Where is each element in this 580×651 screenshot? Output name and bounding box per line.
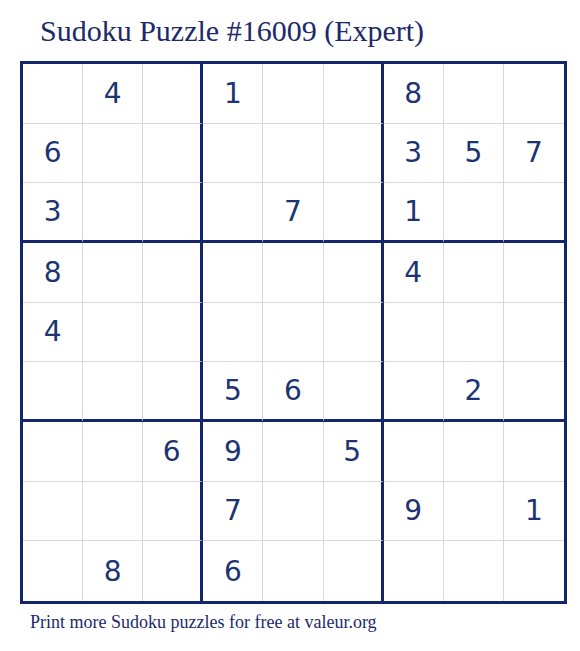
cell-r3c3	[143, 183, 203, 243]
cell-r1c9	[504, 64, 564, 124]
cell-r4c4	[203, 243, 263, 303]
cell-r7c9	[504, 422, 564, 482]
cell-r4c8	[444, 243, 504, 303]
cell-r1c7: 8	[384, 64, 444, 124]
cell-r8c6	[324, 482, 384, 542]
cell-r4c5	[263, 243, 323, 303]
cell-r5c2	[83, 303, 143, 363]
cell-r4c3	[143, 243, 203, 303]
cell-r6c2	[83, 362, 143, 422]
cell-r8c5	[263, 482, 323, 542]
cell-r2c7: 3	[384, 124, 444, 184]
cell-r6c4: 5	[203, 362, 263, 422]
cell-r9c9	[504, 541, 564, 601]
cell-r6c6	[324, 362, 384, 422]
cell-r8c4: 7	[203, 482, 263, 542]
cell-r7c6: 5	[324, 422, 384, 482]
cell-r7c8	[444, 422, 504, 482]
cell-r9c7	[384, 541, 444, 601]
cell-r6c7	[384, 362, 444, 422]
cell-r5c8	[444, 303, 504, 363]
cell-r8c8	[444, 482, 504, 542]
cell-r7c3: 6	[143, 422, 203, 482]
cell-r5c6	[324, 303, 384, 363]
cell-r9c1	[23, 541, 83, 601]
cell-r2c6	[324, 124, 384, 184]
cell-r5c1: 4	[23, 303, 83, 363]
cell-r7c4: 9	[203, 422, 263, 482]
cell-r7c2	[83, 422, 143, 482]
cell-r8c7: 9	[384, 482, 444, 542]
cell-r5c3	[143, 303, 203, 363]
cell-r4c6	[324, 243, 384, 303]
cell-r1c4: 1	[203, 64, 263, 124]
cell-r5c4	[203, 303, 263, 363]
cell-r1c1	[23, 64, 83, 124]
cell-r3c4	[203, 183, 263, 243]
cell-r2c5	[263, 124, 323, 184]
cell-r8c3	[143, 482, 203, 542]
cell-r4c2	[83, 243, 143, 303]
cell-r6c8: 2	[444, 362, 504, 422]
cell-r7c7	[384, 422, 444, 482]
cell-r3c7: 1	[384, 183, 444, 243]
cell-r8c9: 1	[504, 482, 564, 542]
cell-r2c3	[143, 124, 203, 184]
cell-r4c7: 4	[384, 243, 444, 303]
cell-r2c2	[83, 124, 143, 184]
cell-r3c2	[83, 183, 143, 243]
cell-r8c2	[83, 482, 143, 542]
cell-r1c6	[324, 64, 384, 124]
cell-r3c1: 3	[23, 183, 83, 243]
cell-r3c8	[444, 183, 504, 243]
cell-r4c1: 8	[23, 243, 83, 303]
cell-r3c5: 7	[263, 183, 323, 243]
cell-r2c1: 6	[23, 124, 83, 184]
cell-r5c5	[263, 303, 323, 363]
cell-r6c3	[143, 362, 203, 422]
cell-r3c9	[504, 183, 564, 243]
cell-r2c4	[203, 124, 263, 184]
cell-r5c9	[504, 303, 564, 363]
cell-r5c7	[384, 303, 444, 363]
cell-r2c8: 5	[444, 124, 504, 184]
cell-r2c9: 7	[504, 124, 564, 184]
cell-r1c5	[263, 64, 323, 124]
cell-r9c4: 6	[203, 541, 263, 601]
sudoku-board: 418635737184456269579186	[20, 61, 567, 604]
cell-r9c5	[263, 541, 323, 601]
cell-r1c2: 4	[83, 64, 143, 124]
cell-r1c3	[143, 64, 203, 124]
cell-r7c5	[263, 422, 323, 482]
cell-r9c2: 8	[83, 541, 143, 601]
cell-r8c1	[23, 482, 83, 542]
cell-r9c8	[444, 541, 504, 601]
cell-r3c6	[324, 183, 384, 243]
footer-text: Print more Sudoku puzzles for free at va…	[30, 612, 377, 633]
cell-r6c5: 6	[263, 362, 323, 422]
cell-r4c9	[504, 243, 564, 303]
cell-r9c3	[143, 541, 203, 601]
page-title: Sudoku Puzzle #16009 (Expert)	[40, 14, 424, 48]
cell-r9c6	[324, 541, 384, 601]
cell-r6c9	[504, 362, 564, 422]
cell-r6c1	[23, 362, 83, 422]
cell-r1c8	[444, 64, 504, 124]
cell-r7c1	[23, 422, 83, 482]
